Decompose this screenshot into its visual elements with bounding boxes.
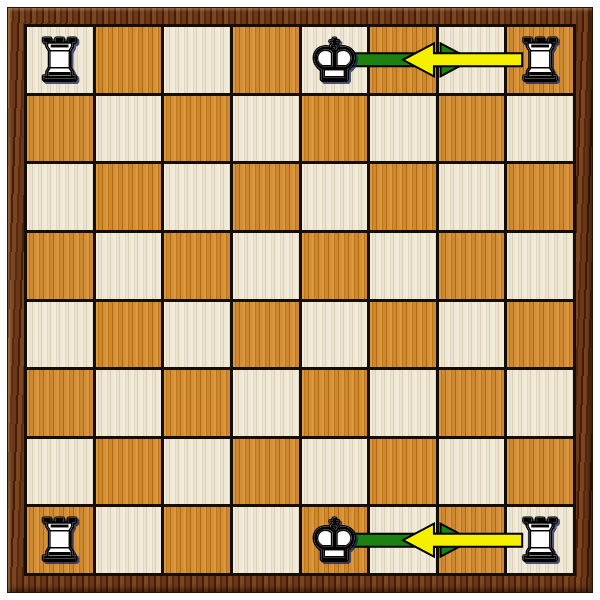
white-rook-outline-glyph: ♖: [514, 511, 566, 569]
castling-arrow-h8-f8: [403, 43, 522, 76]
piece-white-king-e1[interactable]: ♚♔: [302, 507, 368, 573]
piece-white-king-e8[interactable]: ♚♔: [302, 27, 368, 93]
castling-arrows-layer: [27, 27, 573, 573]
white-king-outline-glyph: ♔: [308, 31, 360, 89]
white-rook-outline-glyph: ♖: [34, 511, 86, 569]
piece-white-rook-h1[interactable]: ♜♖: [507, 507, 573, 573]
white-king-outline-glyph: ♔: [308, 511, 360, 569]
piece-white-rook-h8[interactable]: ♜♖: [507, 27, 573, 93]
chess-board: ♜♖♚♔♜♖♜♖♚♔♜♖: [24, 24, 576, 576]
page-root: ♜♖♚♔♜♖♜♖♚♔♜♖: [0, 0, 600, 600]
piece-white-rook-a8[interactable]: ♜♖: [27, 27, 93, 93]
board-frame: ♜♖♚♔♜♖♜♖♚♔♜♖: [7, 7, 593, 593]
castling-arrow-h1-f1: [403, 524, 522, 557]
piece-white-rook-a1[interactable]: ♜♖: [27, 507, 93, 573]
white-rook-outline-glyph: ♖: [34, 31, 86, 89]
white-rook-outline-glyph: ♖: [514, 31, 566, 89]
